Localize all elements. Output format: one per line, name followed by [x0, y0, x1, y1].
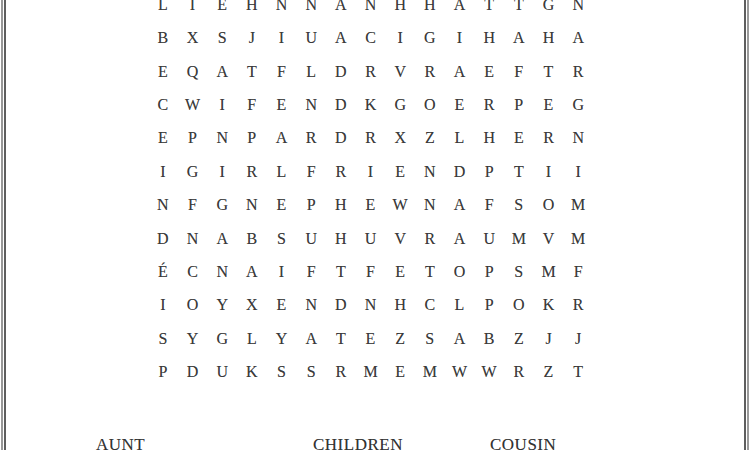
- grid-cell-r6c9: E: [385, 155, 415, 188]
- page-border-left-inner: [4, 0, 6, 450]
- grid-cell-r5c3: N: [207, 122, 237, 155]
- grid-cell-r11c12: B: [474, 322, 504, 355]
- grid-cell-r11c1: S: [148, 322, 178, 355]
- grid-cell-r10c4: X: [237, 289, 267, 322]
- grid-cell-r5c13: E: [504, 122, 534, 155]
- word-list-item-children: CHILDREN: [313, 436, 403, 450]
- grid-cell-r2c15: A: [563, 21, 593, 54]
- grid-cell-r2c10: G: [415, 21, 445, 54]
- grid-cell-r4c14: E: [534, 88, 564, 121]
- grid-cell-r10c12: P: [474, 289, 504, 322]
- grid-cell-r11c7: T: [326, 322, 356, 355]
- grid-cell-r10c9: H: [385, 289, 415, 322]
- grid-cell-r9c5: I: [267, 255, 297, 288]
- grid-cell-r6c6: F: [296, 155, 326, 188]
- grid-cell-r8c8: U: [356, 222, 386, 255]
- word-search-grid: LIEHNNANHHATTGNBXSJIUACIGIHAHAEQATFLDRVR…: [148, 0, 593, 389]
- grid-cell-r10c10: C: [415, 289, 445, 322]
- grid-cell-r12c13: R: [504, 356, 534, 389]
- word-list-item-aunt: AUNT: [96, 436, 145, 450]
- grid-cell-r1c12: T: [474, 0, 504, 21]
- grid-cell-r10c3: Y: [207, 289, 237, 322]
- grid-cell-r11c2: Y: [178, 322, 208, 355]
- grid-cell-r3c5: F: [267, 55, 297, 88]
- grid-cell-r5c10: Z: [415, 122, 445, 155]
- grid-cell-r7c3: G: [207, 189, 237, 222]
- grid-cell-r3c6: L: [296, 55, 326, 88]
- grid-cell-r12c15: T: [563, 356, 593, 389]
- grid-cell-r10c1: I: [148, 289, 178, 322]
- grid-cell-r5c2: P: [178, 122, 208, 155]
- grid-cell-r9c2: C: [178, 255, 208, 288]
- grid-cell-r6c4: R: [237, 155, 267, 188]
- grid-cell-r7c9: W: [385, 189, 415, 222]
- grid-cell-r12c14: Z: [534, 356, 564, 389]
- grid-cell-r7c13: S: [504, 189, 534, 222]
- grid-cell-r1c13: T: [504, 0, 534, 21]
- grid-cell-r2c6: U: [296, 21, 326, 54]
- page-border-right-inner: [744, 0, 746, 450]
- grid-cell-r4c9: G: [385, 88, 415, 121]
- grid-cell-r10c13: O: [504, 289, 534, 322]
- grid-cell-r8c9: V: [385, 222, 415, 255]
- grid-cell-r12c6: S: [296, 356, 326, 389]
- grid-cell-r11c3: G: [207, 322, 237, 355]
- grid-cell-r3c2: Q: [178, 55, 208, 88]
- grid-cell-r2c14: H: [534, 21, 564, 54]
- grid-cell-r11c8: E: [356, 322, 386, 355]
- grid-cell-r8c3: A: [207, 222, 237, 255]
- grid-cell-r2c11: I: [445, 21, 475, 54]
- grid-cell-r3c3: A: [207, 55, 237, 88]
- grid-cell-r3c11: A: [445, 55, 475, 88]
- grid-cell-r5c11: L: [445, 122, 475, 155]
- grid-cell-r5c15: N: [563, 122, 593, 155]
- grid-cell-r2c13: A: [504, 21, 534, 54]
- grid-cell-r3c9: V: [385, 55, 415, 88]
- grid-cell-r2c12: H: [474, 21, 504, 54]
- grid-cell-r8c14: V: [534, 222, 564, 255]
- grid-cell-r9c9: E: [385, 255, 415, 288]
- grid-cell-r4c10: O: [415, 88, 445, 121]
- grid-cell-r10c8: N: [356, 289, 386, 322]
- grid-cell-r3c14: T: [534, 55, 564, 88]
- grid-cell-r7c1: N: [148, 189, 178, 222]
- grid-cell-r1c8: N: [356, 0, 386, 21]
- grid-cell-r2c5: I: [267, 21, 297, 54]
- grid-cell-r6c11: D: [445, 155, 475, 188]
- grid-cell-r10c7: D: [326, 289, 356, 322]
- grid-cell-r6c1: I: [148, 155, 178, 188]
- grid-cell-r11c5: Y: [267, 322, 297, 355]
- grid-cell-r6c14: I: [534, 155, 564, 188]
- grid-cell-r4c2: W: [178, 88, 208, 121]
- grid-cell-r8c12: U: [474, 222, 504, 255]
- grid-cell-r4c11: E: [445, 88, 475, 121]
- grid-cell-r8c13: M: [504, 222, 534, 255]
- grid-cell-r5c5: A: [267, 122, 297, 155]
- grid-cell-r12c12: W: [474, 356, 504, 389]
- grid-cell-r3c7: D: [326, 55, 356, 88]
- grid-cell-r5c6: R: [296, 122, 326, 155]
- grid-cell-r7c15: M: [563, 189, 593, 222]
- grid-cell-r10c5: E: [267, 289, 297, 322]
- grid-cell-r9c14: M: [534, 255, 564, 288]
- grid-cell-r9c8: F: [356, 255, 386, 288]
- word-list-item-cousin: COUSIN: [490, 436, 556, 450]
- grid-cell-r1c5: N: [267, 0, 297, 21]
- grid-cell-r2c3: S: [207, 21, 237, 54]
- grid-cell-r8c4: B: [237, 222, 267, 255]
- grid-cell-r9c6: F: [296, 255, 326, 288]
- grid-cell-r12c1: P: [148, 356, 178, 389]
- grid-cell-r3c13: F: [504, 55, 534, 88]
- grid-cell-r5c1: E: [148, 122, 178, 155]
- grid-cell-r9c11: O: [445, 255, 475, 288]
- grid-cell-r4c4: F: [237, 88, 267, 121]
- grid-cell-r4c1: C: [148, 88, 178, 121]
- grid-cell-r12c11: W: [445, 356, 475, 389]
- grid-cell-r3c10: R: [415, 55, 445, 88]
- grid-cell-r4c12: R: [474, 88, 504, 121]
- grid-cell-r2c7: A: [326, 21, 356, 54]
- grid-cell-r7c11: A: [445, 189, 475, 222]
- grid-cell-r7c6: P: [296, 189, 326, 222]
- grid-cell-r9c15: F: [563, 255, 593, 288]
- grid-cell-r1c11: A: [445, 0, 475, 21]
- grid-cell-r12c10: M: [415, 356, 445, 389]
- grid-cell-r1c2: I: [178, 0, 208, 21]
- grid-cell-r4c6: N: [296, 88, 326, 121]
- grid-cell-r6c5: L: [267, 155, 297, 188]
- grid-cell-r6c8: I: [356, 155, 386, 188]
- grid-cell-r5c4: P: [237, 122, 267, 155]
- grid-cell-r8c11: A: [445, 222, 475, 255]
- grid-cell-r10c15: R: [563, 289, 593, 322]
- grid-cell-r6c15: I: [563, 155, 593, 188]
- grid-cell-r8c10: R: [415, 222, 445, 255]
- grid-cell-r7c2: F: [178, 189, 208, 222]
- grid-cell-r12c5: S: [267, 356, 297, 389]
- grid-cell-r1c9: H: [385, 0, 415, 21]
- grid-cell-r4c13: P: [504, 88, 534, 121]
- grid-cell-r7c10: N: [415, 189, 445, 222]
- grid-cell-r1c7: A: [326, 0, 356, 21]
- grid-cell-r11c4: L: [237, 322, 267, 355]
- grid-cell-r10c11: L: [445, 289, 475, 322]
- grid-cell-r1c14: G: [534, 0, 564, 21]
- grid-cell-r2c9: I: [385, 21, 415, 54]
- grid-cell-r7c4: N: [237, 189, 267, 222]
- grid-cell-r12c2: D: [178, 356, 208, 389]
- grid-cell-r7c5: E: [267, 189, 297, 222]
- grid-cell-r12c4: K: [237, 356, 267, 389]
- grid-cell-r4c7: D: [326, 88, 356, 121]
- grid-cell-r4c15: G: [563, 88, 593, 121]
- grid-cell-r11c13: Z: [504, 322, 534, 355]
- grid-cell-r8c5: S: [267, 222, 297, 255]
- grid-cell-r1c10: H: [415, 0, 445, 21]
- grid-cell-r8c6: U: [296, 222, 326, 255]
- grid-cell-r5c7: D: [326, 122, 356, 155]
- grid-cell-r6c10: N: [415, 155, 445, 188]
- grid-cell-r9c1: É: [148, 255, 178, 288]
- grid-cell-r9c12: P: [474, 255, 504, 288]
- grid-cell-r4c5: E: [267, 88, 297, 121]
- grid-cell-r9c3: N: [207, 255, 237, 288]
- grid-cell-r3c12: E: [474, 55, 504, 88]
- grid-cell-r2c2: X: [178, 21, 208, 54]
- grid-cell-r12c3: U: [207, 356, 237, 389]
- grid-cell-r5c9: X: [385, 122, 415, 155]
- grid-cell-r1c1: L: [148, 0, 178, 21]
- grid-cell-r6c7: R: [326, 155, 356, 188]
- grid-cell-r9c4: A: [237, 255, 267, 288]
- grid-cell-r11c10: S: [415, 322, 445, 355]
- grid-cell-r3c4: T: [237, 55, 267, 88]
- grid-cell-r7c7: H: [326, 189, 356, 222]
- word-search-worksheet: LIEHNNANHHATTGNBXSJIUACIGIHAHAEQATFLDRVR…: [0, 0, 750, 450]
- grid-cell-r1c15: N: [563, 0, 593, 21]
- grid-cell-r12c9: E: [385, 356, 415, 389]
- grid-cell-r11c15: J: [563, 322, 593, 355]
- grid-cell-r8c2: N: [178, 222, 208, 255]
- grid-cell-r8c1: D: [148, 222, 178, 255]
- grid-cell-r7c8: E: [356, 189, 386, 222]
- grid-cell-r3c1: E: [148, 55, 178, 88]
- grid-cell-r11c9: Z: [385, 322, 415, 355]
- grid-cell-r10c2: O: [178, 289, 208, 322]
- grid-cell-r5c14: R: [534, 122, 564, 155]
- grid-cell-r1c4: H: [237, 0, 267, 21]
- grid-cell-r2c4: J: [237, 21, 267, 54]
- grid-cell-r2c1: B: [148, 21, 178, 54]
- grid-cell-r5c8: R: [356, 122, 386, 155]
- grid-cell-r9c7: T: [326, 255, 356, 288]
- grid-cell-r10c6: N: [296, 289, 326, 322]
- grid-cell-r7c14: O: [534, 189, 564, 222]
- grid-cell-r3c8: R: [356, 55, 386, 88]
- grid-cell-r11c14: J: [534, 322, 564, 355]
- grid-cell-r9c13: S: [504, 255, 534, 288]
- grid-cell-r7c12: F: [474, 189, 504, 222]
- grid-cell-r3c15: R: [563, 55, 593, 88]
- grid-cell-r4c3: I: [207, 88, 237, 121]
- page-border-right-outer: [747, 0, 749, 450]
- grid-cell-r8c15: M: [563, 222, 593, 255]
- grid-cell-r5c12: H: [474, 122, 504, 155]
- page-border-left-outer: [1, 0, 3, 450]
- grid-cell-r11c6: A: [296, 322, 326, 355]
- grid-cell-r10c14: K: [534, 289, 564, 322]
- grid-cell-r9c10: T: [415, 255, 445, 288]
- grid-cell-r6c3: I: [207, 155, 237, 188]
- grid-cell-r1c6: N: [296, 0, 326, 21]
- grid-cell-r4c8: K: [356, 88, 386, 121]
- grid-cell-r6c12: P: [474, 155, 504, 188]
- grid-cell-r2c8: C: [356, 21, 386, 54]
- grid-cell-r6c13: T: [504, 155, 534, 188]
- grid-cell-r12c8: M: [356, 356, 386, 389]
- grid-cell-r8c7: H: [326, 222, 356, 255]
- grid-cell-r11c11: A: [445, 322, 475, 355]
- grid-cell-r12c7: R: [326, 356, 356, 389]
- grid-cell-r6c2: G: [178, 155, 208, 188]
- grid-cell-r1c3: E: [207, 0, 237, 21]
